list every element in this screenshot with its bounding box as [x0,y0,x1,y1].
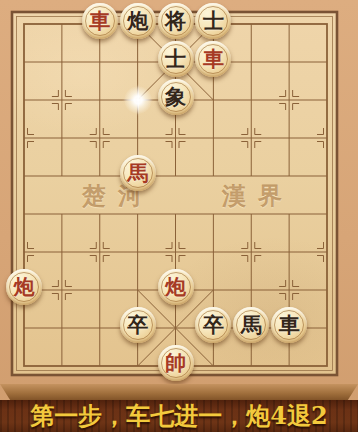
piece-red-cannon[interactable]: 炮 [158,269,194,305]
piece-glyph: 卒 [127,315,148,336]
piece-glyph: 馬 [127,163,148,184]
piece-glyph: 象 [165,87,186,108]
piece-glyph: 馬 [241,315,262,336]
piece-red-general[interactable]: 帥 [158,345,194,381]
xiangqi-app: 楚河 漢界 車炮将士士車象馬炮炮卒卒馬車帥 第一步，车七进一，炮4退2 [0,0,358,432]
piece-black-general[interactable]: 将 [158,3,194,39]
piece-black-chariot[interactable]: 車 [271,307,307,343]
piece-black-elephant[interactable]: 象 [158,79,194,115]
piece-red-chariot[interactable]: 車 [82,3,118,39]
piece-glyph: 卒 [203,315,224,336]
river-label-han-jie: 漢界 [222,182,294,210]
piece-glyph: 車 [279,315,300,336]
piece-black-horse[interactable]: 馬 [233,307,269,343]
caption-bar: 第一步，车七进一，炮4退2 [0,400,358,432]
piece-glyph: 炮 [127,11,148,32]
board-front-edge [0,384,358,401]
piece-glyph: 将 [165,11,186,32]
piece-red-cannon[interactable]: 炮 [6,269,42,305]
piece-black-cannon[interactable]: 炮 [120,3,156,39]
piece-black-advisor[interactable]: 士 [158,41,194,77]
piece-glyph: 士 [165,49,186,70]
piece-glyph: 車 [89,11,110,32]
piece-glyph: 炮 [14,277,35,298]
piece-glyph: 帥 [165,353,186,374]
piece-black-soldier[interactable]: 卒 [120,307,156,343]
piece-glyph: 士 [203,11,224,32]
piece-glyph: 車 [203,49,224,70]
piece-red-horse[interactable]: 馬 [120,155,156,191]
move-caption: 第一步，车七进一，炮4退2 [30,400,327,432]
piece-glyph: 炮 [165,277,186,298]
